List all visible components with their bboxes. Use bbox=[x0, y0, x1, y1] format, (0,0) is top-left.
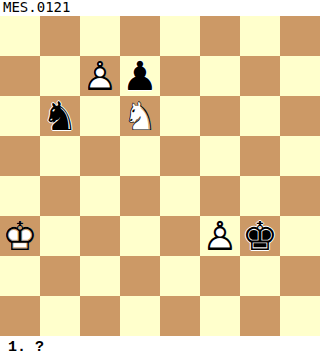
white-pawn: ♙ bbox=[200, 216, 240, 256]
square-h4 bbox=[280, 176, 320, 216]
square-a5 bbox=[0, 136, 40, 176]
white-knight: ♘ bbox=[120, 96, 160, 136]
square-b4 bbox=[40, 176, 80, 216]
square-d8 bbox=[120, 16, 160, 56]
square-h8 bbox=[280, 16, 320, 56]
square-c3 bbox=[80, 216, 120, 256]
white-king: ♔ bbox=[0, 216, 40, 256]
square-f6 bbox=[200, 96, 240, 136]
square-a7 bbox=[0, 56, 40, 96]
square-a8 bbox=[0, 16, 40, 56]
square-h5 bbox=[280, 136, 320, 176]
square-d4 bbox=[120, 176, 160, 216]
square-g8 bbox=[240, 16, 280, 56]
chess-board: ♟♙♟♞♞♘♚♔♟♙♚ bbox=[0, 16, 320, 336]
square-g4 bbox=[240, 176, 280, 216]
white-pawn: ♙ bbox=[80, 56, 120, 96]
square-c5 bbox=[80, 136, 120, 176]
square-f5 bbox=[200, 136, 240, 176]
square-h7 bbox=[280, 56, 320, 96]
square-b1 bbox=[40, 296, 80, 336]
square-e6 bbox=[160, 96, 200, 136]
square-g2 bbox=[240, 256, 280, 296]
square-f7 bbox=[200, 56, 240, 96]
square-g6 bbox=[240, 96, 280, 136]
square-h1 bbox=[280, 296, 320, 336]
square-e1 bbox=[160, 296, 200, 336]
square-c6 bbox=[80, 96, 120, 136]
square-b3 bbox=[40, 216, 80, 256]
square-e8 bbox=[160, 16, 200, 56]
square-e3 bbox=[160, 216, 200, 256]
square-d7: ♟ bbox=[120, 56, 160, 96]
square-b8 bbox=[40, 16, 80, 56]
square-h2 bbox=[280, 256, 320, 296]
square-f1 bbox=[200, 296, 240, 336]
square-e7 bbox=[160, 56, 200, 96]
square-a6 bbox=[0, 96, 40, 136]
square-g1 bbox=[240, 296, 280, 336]
square-e4 bbox=[160, 176, 200, 216]
square-e5 bbox=[160, 136, 200, 176]
square-b2 bbox=[40, 256, 80, 296]
square-d2 bbox=[120, 256, 160, 296]
black-king: ♚ bbox=[240, 216, 280, 256]
square-c4 bbox=[80, 176, 120, 216]
square-b7 bbox=[40, 56, 80, 96]
move-prompt: 1. ? bbox=[8, 339, 44, 357]
black-knight: ♞ bbox=[40, 96, 80, 136]
square-c7: ♟♙ bbox=[80, 56, 120, 96]
square-b6: ♞ bbox=[40, 96, 80, 136]
square-a1 bbox=[0, 296, 40, 336]
square-b5 bbox=[40, 136, 80, 176]
square-f3: ♟♙ bbox=[200, 216, 240, 256]
square-f8 bbox=[200, 16, 240, 56]
square-a2 bbox=[0, 256, 40, 296]
square-f2 bbox=[200, 256, 240, 296]
black-pawn: ♟ bbox=[120, 56, 160, 96]
chess-diagram-page: MES.0121 ♟♙♟♞♞♘♚♔♟♙♚ 1. ? bbox=[0, 0, 320, 360]
square-e2 bbox=[160, 256, 200, 296]
diagram-title: MES.0121 bbox=[3, 0, 70, 16]
square-a4 bbox=[0, 176, 40, 216]
square-f4 bbox=[200, 176, 240, 216]
square-a3: ♚♔ bbox=[0, 216, 40, 256]
square-c1 bbox=[80, 296, 120, 336]
square-g3: ♚ bbox=[240, 216, 280, 256]
square-c2 bbox=[80, 256, 120, 296]
square-c8 bbox=[80, 16, 120, 56]
square-d1 bbox=[120, 296, 160, 336]
square-d3 bbox=[120, 216, 160, 256]
square-h3 bbox=[280, 216, 320, 256]
square-h6 bbox=[280, 96, 320, 136]
square-d5 bbox=[120, 136, 160, 176]
square-g7 bbox=[240, 56, 280, 96]
square-d6: ♞♘ bbox=[120, 96, 160, 136]
square-g5 bbox=[240, 136, 280, 176]
